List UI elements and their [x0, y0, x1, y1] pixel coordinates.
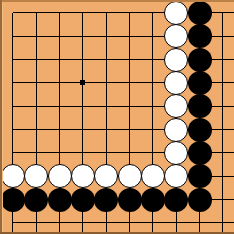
board-intersection[interactable]: [71, 1, 94, 24]
board-intersection[interactable]: [25, 188, 48, 211]
board-intersection[interactable]: [141, 188, 164, 211]
board-intersection[interactable]: [1, 165, 24, 188]
white-stone: [48, 164, 72, 188]
board-intersection[interactable]: [1, 25, 24, 48]
board-intersection[interactable]: [188, 141, 211, 164]
black-stone: [164, 188, 188, 212]
white-stone: [164, 164, 188, 188]
black-stone: [188, 71, 212, 95]
board-intersection[interactable]: [141, 141, 164, 164]
board-intersection[interactable]: [165, 71, 188, 94]
board-intersection[interactable]: [165, 95, 188, 118]
board-intersection[interactable]: [1, 1, 24, 24]
white-stone: [164, 71, 188, 95]
board-intersection[interactable]: [1, 71, 24, 94]
white-stone: [164, 48, 188, 72]
go-board: [0, 0, 234, 234]
black-stone: [188, 164, 212, 188]
board-intersection[interactable]: [165, 25, 188, 48]
board-intersection[interactable]: [188, 188, 211, 211]
board-intersection[interactable]: [118, 118, 141, 141]
board-intersection[interactable]: [211, 141, 234, 164]
white-stone: [1, 164, 25, 188]
board-intersection[interactable]: [95, 188, 118, 211]
board-intersection[interactable]: [211, 95, 234, 118]
board-intersection[interactable]: [141, 48, 164, 71]
board-intersection[interactable]: [48, 71, 71, 94]
board-intersection[interactable]: [25, 165, 48, 188]
board-intersection[interactable]: [165, 188, 188, 211]
board-intersection[interactable]: [71, 71, 94, 94]
board-grid: [1, 1, 234, 234]
board-intersection[interactable]: [188, 1, 211, 24]
board-intersection[interactable]: [95, 1, 118, 24]
board-intersection[interactable]: [188, 48, 211, 71]
black-stone: [188, 1, 212, 25]
board-intersection[interactable]: [141, 1, 164, 24]
board-intersection[interactable]: [71, 25, 94, 48]
board-intersection[interactable]: [141, 95, 164, 118]
white-stone: [164, 1, 188, 25]
board-intersection[interactable]: [211, 71, 234, 94]
board-intersection[interactable]: [48, 1, 71, 24]
board-edge-top: [0, 0, 234, 2]
board-intersection[interactable]: [165, 1, 188, 24]
board-intersection[interactable]: [1, 141, 24, 164]
black-stone: [188, 141, 212, 165]
black-stone: [188, 188, 212, 212]
board-intersection[interactable]: [211, 118, 234, 141]
board-intersection[interactable]: [1, 188, 24, 211]
board-intersection[interactable]: [25, 48, 48, 71]
white-stone: [164, 24, 188, 48]
white-stone: [24, 164, 48, 188]
white-stone: [141, 164, 165, 188]
white-stone: [164, 94, 188, 118]
black-stone: [24, 188, 48, 212]
board-intersection[interactable]: [25, 25, 48, 48]
board-intersection[interactable]: [188, 95, 211, 118]
black-stone: [1, 188, 25, 212]
board-intersection[interactable]: [118, 48, 141, 71]
board-intersection[interactable]: [48, 25, 71, 48]
board-intersection[interactable]: [25, 1, 48, 24]
board-intersection[interactable]: [71, 118, 94, 141]
board-intersection[interactable]: [211, 165, 234, 188]
board-intersection[interactable]: [48, 95, 71, 118]
star-point: [80, 80, 85, 85]
board-intersection[interactable]: [118, 188, 141, 211]
board-intersection[interactable]: [48, 165, 71, 188]
board-intersection[interactable]: [141, 165, 164, 188]
board-intersection[interactable]: [48, 48, 71, 71]
board-intersection[interactable]: [71, 95, 94, 118]
board-intersection[interactable]: [118, 141, 141, 164]
board-intersection[interactable]: [48, 141, 71, 164]
board-intersection[interactable]: [118, 165, 141, 188]
board-edge-bottom: [0, 232, 234, 235]
board-intersection[interactable]: [165, 141, 188, 164]
white-stone: [164, 141, 188, 165]
board-intersection[interactable]: [25, 71, 48, 94]
black-stone: [94, 188, 118, 212]
board-intersection[interactable]: [25, 95, 48, 118]
board-intersection[interactable]: [118, 25, 141, 48]
board-intersection[interactable]: [1, 118, 24, 141]
board-intersection[interactable]: [95, 95, 118, 118]
board-intersection[interactable]: [141, 25, 164, 48]
board-intersection[interactable]: [48, 188, 71, 211]
board-intersection[interactable]: [188, 71, 211, 94]
board-intersection[interactable]: [211, 188, 234, 211]
board-intersection[interactable]: [188, 25, 211, 48]
white-stone: [118, 164, 142, 188]
board-intersection[interactable]: [118, 71, 141, 94]
board-intersection[interactable]: [71, 48, 94, 71]
board-intersection[interactable]: [211, 48, 234, 71]
white-stone: [164, 118, 188, 142]
black-stone: [188, 48, 212, 72]
board-intersection[interactable]: [95, 141, 118, 164]
board-intersection[interactable]: [25, 118, 48, 141]
board-intersection[interactable]: [211, 1, 234, 24]
black-stone: [48, 188, 72, 212]
board-intersection[interactable]: [165, 165, 188, 188]
board-intersection[interactable]: [71, 165, 94, 188]
board-intersection[interactable]: [141, 118, 164, 141]
board-intersection[interactable]: [95, 165, 118, 188]
board-edge-left-highlight: [2, 2, 3, 232]
board-intersection[interactable]: [1, 95, 24, 118]
board-intersection[interactable]: [165, 118, 188, 141]
board-intersection[interactable]: [71, 188, 94, 211]
board-intersection[interactable]: [165, 48, 188, 71]
board-intersection[interactable]: [95, 48, 118, 71]
board-intersection[interactable]: [118, 1, 141, 24]
board-intersection[interactable]: [48, 118, 71, 141]
black-stone: [188, 118, 212, 142]
board-intersection[interactable]: [118, 95, 141, 118]
white-stone: [71, 164, 95, 188]
board-intersection[interactable]: [211, 25, 234, 48]
black-stone: [188, 94, 212, 118]
board-intersection[interactable]: [141, 71, 164, 94]
board-intersection[interactable]: [95, 71, 118, 94]
black-stone: [118, 188, 142, 212]
board-intersection[interactable]: [1, 48, 24, 71]
black-stone: [188, 24, 212, 48]
black-stone: [71, 188, 95, 212]
board-intersection[interactable]: [25, 141, 48, 164]
board-intersection[interactable]: [188, 118, 211, 141]
board-intersection[interactable]: [95, 118, 118, 141]
white-stone: [94, 164, 118, 188]
black-stone: [141, 188, 165, 212]
board-intersection[interactable]: [71, 141, 94, 164]
board-intersection[interactable]: [95, 25, 118, 48]
board-intersection[interactable]: [188, 165, 211, 188]
